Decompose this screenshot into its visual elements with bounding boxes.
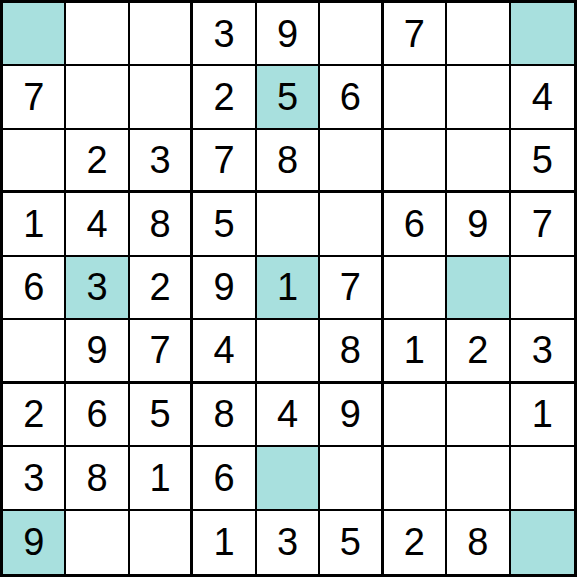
cell-r4c8[interactable]: 9 [447,193,510,256]
cell-r3c6[interactable] [320,130,383,193]
cell-r9c8[interactable]: 8 [447,511,510,574]
cell-r6c6[interactable]: 8 [320,320,383,383]
cell-r5c6[interactable]: 7 [320,257,383,320]
cell-r1c3[interactable] [130,3,193,66]
sudoku-grid: 3977256423785148569763291797481232658491… [0,0,577,577]
cell-r8c7[interactable] [384,447,447,510]
cell-r1c9[interactable] [511,3,574,66]
cell-r8c5[interactable] [257,447,320,510]
cell-r9c1[interactable]: 9 [3,511,66,574]
cell-r7c5[interactable]: 4 [257,384,320,447]
cell-r7c2[interactable]: 6 [66,384,129,447]
cell-r5c9[interactable] [511,257,574,320]
cell-r8c4[interactable]: 6 [193,447,256,510]
cell-r6c9[interactable]: 3 [511,320,574,383]
cell-r2c8[interactable] [447,66,510,129]
cell-r1c1[interactable] [3,3,66,66]
cell-r1c6[interactable] [320,3,383,66]
cell-r4c7[interactable]: 6 [384,193,447,256]
cell-r5c1[interactable]: 6 [3,257,66,320]
cell-r1c2[interactable] [66,3,129,66]
cell-r2c9[interactable]: 4 [511,66,574,129]
cell-r8c3[interactable]: 1 [130,447,193,510]
cell-r2c7[interactable] [384,66,447,129]
cell-r7c4[interactable]: 8 [193,384,256,447]
cell-r7c8[interactable] [447,384,510,447]
cell-r7c3[interactable]: 5 [130,384,193,447]
cell-r6c5[interactable] [257,320,320,383]
cell-r4c2[interactable]: 4 [66,193,129,256]
cell-r4c1[interactable]: 1 [3,193,66,256]
cell-r2c4[interactable]: 2 [193,66,256,129]
cell-r5c3[interactable]: 2 [130,257,193,320]
cell-r4c4[interactable]: 5 [193,193,256,256]
cell-r7c9[interactable]: 1 [511,384,574,447]
cell-r8c2[interactable]: 8 [66,447,129,510]
cell-r7c7[interactable] [384,384,447,447]
cell-r6c7[interactable]: 1 [384,320,447,383]
cell-r9c2[interactable] [66,511,129,574]
cell-r9c5[interactable]: 3 [257,511,320,574]
cell-r1c4[interactable]: 3 [193,3,256,66]
cell-r4c5[interactable] [257,193,320,256]
cell-r9c3[interactable] [130,511,193,574]
cell-r4c9[interactable]: 7 [511,193,574,256]
cell-r1c8[interactable] [447,3,510,66]
cell-r7c6[interactable]: 9 [320,384,383,447]
cell-r3c1[interactable] [3,130,66,193]
cell-r8c1[interactable]: 3 [3,447,66,510]
cell-r4c6[interactable] [320,193,383,256]
cell-r3c9[interactable]: 5 [511,130,574,193]
cell-r5c5[interactable]: 1 [257,257,320,320]
cell-r5c8[interactable] [447,257,510,320]
cell-r3c5[interactable]: 8 [257,130,320,193]
cell-r5c4[interactable]: 9 [193,257,256,320]
cell-r6c8[interactable]: 2 [447,320,510,383]
cell-r3c7[interactable] [384,130,447,193]
cell-r9c6[interactable]: 5 [320,511,383,574]
cell-r8c9[interactable] [511,447,574,510]
cell-r2c2[interactable] [66,66,129,129]
cell-r6c3[interactable]: 7 [130,320,193,383]
cell-r4c3[interactable]: 8 [130,193,193,256]
cell-r6c1[interactable] [3,320,66,383]
cell-r1c7[interactable]: 7 [384,3,447,66]
cell-r9c9[interactable] [511,511,574,574]
cell-r8c8[interactable] [447,447,510,510]
cell-r6c2[interactable]: 9 [66,320,129,383]
cell-r2c3[interactable] [130,66,193,129]
cell-r3c2[interactable]: 2 [66,130,129,193]
cell-r5c2[interactable]: 3 [66,257,129,320]
cell-r8c6[interactable] [320,447,383,510]
cell-r3c4[interactable]: 7 [193,130,256,193]
cell-r3c3[interactable]: 3 [130,130,193,193]
cell-r5c7[interactable] [384,257,447,320]
cell-r7c1[interactable]: 2 [3,384,66,447]
cell-r3c8[interactable] [447,130,510,193]
cell-r9c4[interactable]: 1 [193,511,256,574]
cell-r2c1[interactable]: 7 [3,66,66,129]
cell-r2c5[interactable]: 5 [257,66,320,129]
cell-r2c6[interactable]: 6 [320,66,383,129]
cell-r1c5[interactable]: 9 [257,3,320,66]
cell-r6c4[interactable]: 4 [193,320,256,383]
cell-r9c7[interactable]: 2 [384,511,447,574]
